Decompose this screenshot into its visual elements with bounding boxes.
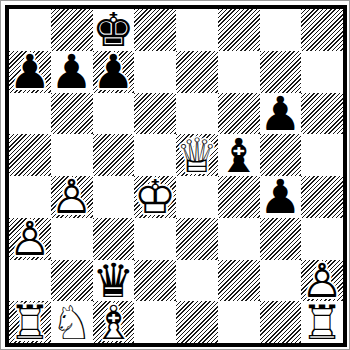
square-a7[interactable]: ♟: [9, 51, 51, 93]
square-c7[interactable]: ♟: [93, 51, 135, 93]
white-rook-icon: ♖: [301, 301, 343, 343]
piece-white-rook[interactable]: ♜♖: [301, 301, 343, 343]
square-f3[interactable]: [218, 218, 260, 260]
square-b7[interactable]: ♟: [51, 51, 93, 93]
square-h7[interactable]: [301, 51, 343, 93]
square-h6[interactable]: [301, 93, 343, 135]
square-g3[interactable]: [260, 218, 302, 260]
piece-black-pawn[interactable]: ♟: [51, 51, 93, 93]
square-c6[interactable]: [93, 93, 135, 135]
square-b6[interactable]: [51, 93, 93, 135]
white-queen-icon: ♕: [176, 134, 218, 176]
square-f1[interactable]: [218, 301, 260, 343]
piece-white-queen[interactable]: ♛♕: [176, 134, 218, 176]
square-a6[interactable]: [9, 93, 51, 135]
square-e4[interactable]: [176, 176, 218, 218]
square-e1[interactable]: [176, 301, 218, 343]
square-g8[interactable]: [260, 9, 302, 51]
square-h1[interactable]: ♜♖: [301, 301, 343, 343]
piece-black-pawn[interactable]: ♟: [260, 93, 302, 135]
piece-white-king[interactable]: ♚♔: [134, 176, 176, 218]
square-g6[interactable]: ♟: [260, 93, 302, 135]
square-g4[interactable]: ♟: [260, 176, 302, 218]
white-pawn-icon: ♙: [51, 176, 93, 218]
square-c1[interactable]: ♝♗: [93, 301, 135, 343]
square-b1[interactable]: ♞♘: [51, 301, 93, 343]
white-king-icon: ♔: [134, 176, 176, 218]
square-e5[interactable]: ♛♕: [176, 134, 218, 176]
square-g2[interactable]: [260, 260, 302, 302]
chess-board: ♚♟♟♟♟♛♕♝♟♙♚♔♟♟♙♛♟♙♜♖♞♘♝♗♜♖: [5, 5, 347, 347]
square-f2[interactable]: [218, 260, 260, 302]
black-pawn-icon: ♟: [93, 51, 135, 93]
square-h8[interactable]: [301, 9, 343, 51]
white-rook-icon: ♖: [9, 301, 51, 343]
square-e3[interactable]: [176, 218, 218, 260]
piece-white-rook[interactable]: ♜♖: [9, 301, 51, 343]
square-h4[interactable]: [301, 176, 343, 218]
square-a1[interactable]: ♜♖: [9, 301, 51, 343]
square-e7[interactable]: [176, 51, 218, 93]
black-pawn-icon: ♟: [260, 93, 302, 135]
square-e2[interactable]: [176, 260, 218, 302]
white-knight-icon: ♘: [51, 301, 93, 343]
square-c4[interactable]: [93, 176, 135, 218]
square-d7[interactable]: [134, 51, 176, 93]
square-f7[interactable]: [218, 51, 260, 93]
square-b4[interactable]: ♟♙: [51, 176, 93, 218]
square-d6[interactable]: [134, 93, 176, 135]
piece-black-pawn[interactable]: ♟: [9, 51, 51, 93]
square-h5[interactable]: [301, 134, 343, 176]
square-g1[interactable]: [260, 301, 302, 343]
white-bishop-icon: ♗: [93, 301, 135, 343]
piece-black-bishop[interactable]: ♝: [218, 134, 260, 176]
black-pawn-icon: ♟: [260, 176, 302, 218]
piece-white-bishop[interactable]: ♝♗: [93, 301, 135, 343]
square-f8[interactable]: [218, 9, 260, 51]
piece-white-knight[interactable]: ♞♘: [51, 301, 93, 343]
square-c5[interactable]: [93, 134, 135, 176]
square-b3[interactable]: [51, 218, 93, 260]
square-a5[interactable]: [9, 134, 51, 176]
square-d1[interactable]: [134, 301, 176, 343]
square-d3[interactable]: [134, 218, 176, 260]
piece-white-pawn[interactable]: ♟♙: [9, 218, 51, 260]
square-d2[interactable]: [134, 260, 176, 302]
square-d4[interactable]: ♚♔: [134, 176, 176, 218]
piece-black-pawn[interactable]: ♟: [260, 176, 302, 218]
square-e8[interactable]: [176, 9, 218, 51]
piece-black-pawn[interactable]: ♟: [93, 51, 135, 93]
black-pawn-icon: ♟: [51, 51, 93, 93]
square-f5[interactable]: ♝: [218, 134, 260, 176]
piece-white-pawn[interactable]: ♟♙: [51, 176, 93, 218]
chess-diagram: ♚♟♟♟♟♛♕♝♟♙♚♔♟♟♙♛♟♙♜♖♞♘♝♗♜♖: [0, 0, 350, 350]
square-f4[interactable]: [218, 176, 260, 218]
black-pawn-icon: ♟: [9, 51, 51, 93]
white-pawn-icon: ♙: [9, 218, 51, 260]
square-d8[interactable]: [134, 9, 176, 51]
black-bishop-icon: ♝: [218, 134, 260, 176]
square-a3[interactable]: ♟♙: [9, 218, 51, 260]
